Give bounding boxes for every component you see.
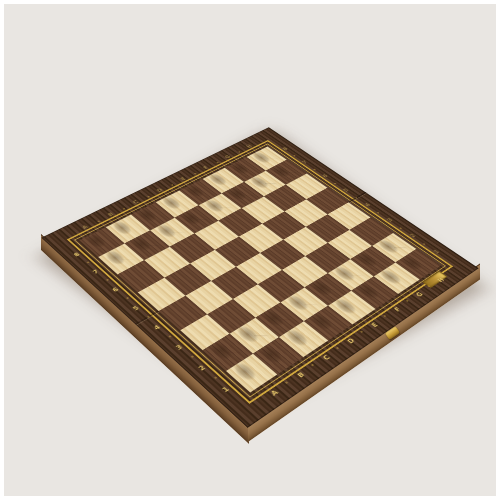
brass-inlay-dot <box>313 169 316 171</box>
brass-inlay-dot <box>87 261 90 263</box>
brass-inlay-dot <box>355 197 358 199</box>
board-playing-area: ♜♟♟♜♞♟♟♞♝♟♟♝♚♟♟♚♛♟♟♛♝♟♟♝♞♟♟♞♜♟♟♜ <box>79 146 440 392</box>
product-photo: ♜♟♟♜♞♟♟♞♝♟♟♝♚♟♟♚♛♟♟♛♝♟♟♝♞♟♟♞♜♟♟♜ AA11BB2… <box>0 0 500 500</box>
brass-inlay-dot <box>168 335 171 337</box>
brass-inlay-dot <box>191 355 194 357</box>
black-pawn: ♟ <box>103 222 139 263</box>
brass-inlay-dot <box>311 364 314 366</box>
brass-inlay-dot <box>334 183 337 185</box>
file-label-f: F <box>393 306 403 313</box>
brass-inlay-dot <box>285 381 288 383</box>
file-label-e: E <box>370 321 380 328</box>
brass-inlay-dot <box>126 297 129 299</box>
brass-inlay-dot <box>360 331 363 333</box>
brass-inlay-dot <box>406 300 409 302</box>
brass-inlay-dot <box>214 376 217 378</box>
white-rook: ♜ <box>227 323 276 377</box>
chess-board: ♜♟♟♜♞♟♟♞♝♟♟♝♚♟♟♚♛♟♟♛♝♟♟♝♞♟♟♞♜♟♟♜ AA11BB2… <box>41 127 478 428</box>
brass-inlay-dot <box>336 347 339 349</box>
brass-inlay-dot <box>106 279 109 281</box>
file-label-c: C <box>321 354 331 362</box>
brass-inlay-dot <box>383 315 386 317</box>
